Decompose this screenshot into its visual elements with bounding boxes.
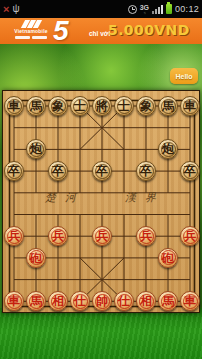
piece-bB[interactable]: 象 <box>48 96 68 116</box>
piece-bN[interactable]: 馬 <box>26 96 46 116</box>
piece-bB[interactable]: 象 <box>136 96 156 116</box>
logo-subtext-pills <box>5 36 57 39</box>
piece-bK[interactable]: 將 <box>92 96 112 116</box>
piece-rC[interactable]: 砲 <box>158 248 178 268</box>
piece-bA[interactable]: 士 <box>114 96 134 116</box>
network-3g-icon: 3G ↑↓ <box>140 4 149 15</box>
clock-time: 00:12 <box>175 4 199 14</box>
phone-screen: × ψ 3G ↑↓ 00:12 Vietnamobile 5 chỉ với 5… <box>0 0 202 359</box>
piece-bN[interactable]: 馬 <box>158 96 178 116</box>
river-label-right: 漢界 <box>125 190 165 205</box>
banner-big-digit: 5 <box>53 18 69 44</box>
vietnamobile-mark-icon <box>5 20 57 28</box>
ad-banner[interactable]: Vietnamobile 5 chỉ với 5.000VND <box>0 18 202 44</box>
piece-bP[interactable]: 卒 <box>48 161 68 181</box>
banner-price: 5.000VND <box>108 22 190 38</box>
brand-name: Vietnamobile <box>5 28 57 35</box>
no-signal-cross-icon: × <box>3 4 9 15</box>
battery-icon <box>166 4 172 14</box>
vietnamobile-logo: Vietnamobile <box>5 19 57 39</box>
river-label-left: 楚河 <box>45 190 85 205</box>
xiangqi-board[interactable]: 楚河 漢界 車馬象士將士象馬車炮炮卒卒卒卒卒兵兵兵兵兵砲砲車馬相仕帥仕相馬車 <box>2 90 200 313</box>
status-right-icons: 3G ↑↓ 00:12 <box>128 4 199 15</box>
piece-bP[interactable]: 卒 <box>4 161 24 181</box>
piece-rC[interactable]: 砲 <box>26 248 46 268</box>
piece-bP[interactable]: 卒 <box>180 161 200 181</box>
piece-bP[interactable]: 卒 <box>92 161 112 181</box>
piece-bR[interactable]: 車 <box>180 96 200 116</box>
piece-bR[interactable]: 車 <box>4 96 24 116</box>
piece-bP[interactable]: 卒 <box>136 161 156 181</box>
signal-bars-icon <box>152 5 163 14</box>
alarm-clock-icon <box>128 5 137 14</box>
grass-background <box>0 308 202 359</box>
data-arrows-icon: ↑↓ <box>143 11 145 15</box>
status-left-icons: × ψ <box>3 4 20 15</box>
piece-bA[interactable]: 士 <box>70 96 90 116</box>
status-bar: × ψ 3G ↑↓ 00:12 <box>0 0 202 18</box>
usb-icon: ψ <box>12 4 19 14</box>
hello-button[interactable]: Hello <box>170 68 198 84</box>
